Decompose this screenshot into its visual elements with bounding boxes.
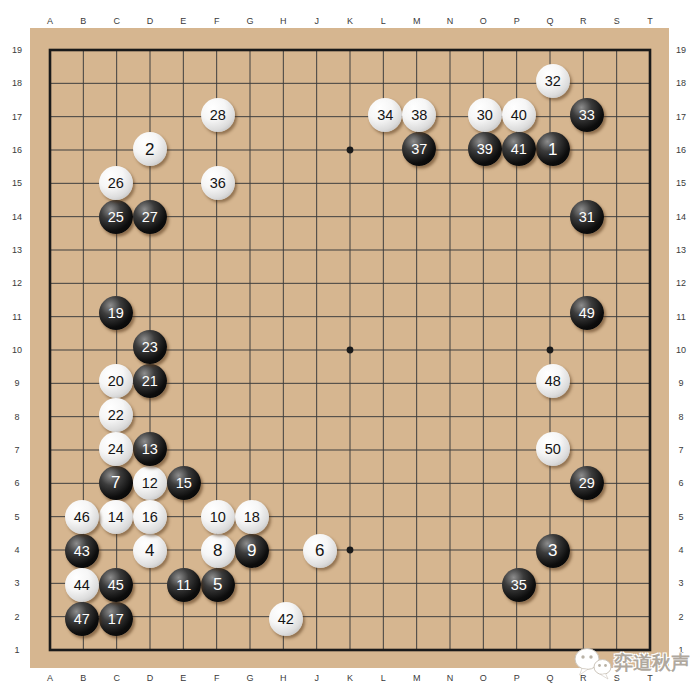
row-label: 4 — [6, 533, 28, 566]
column-label: D — [133, 14, 166, 27]
stone-white-10[interactable]: 10 — [201, 500, 235, 534]
watermark: 弈道秋声 — [574, 646, 690, 680]
column-label: P — [500, 671, 533, 684]
stone-black-9[interactable]: 9 — [235, 534, 269, 568]
stone-black-49[interactable]: 49 — [570, 296, 604, 330]
stone-black-15[interactable]: 15 — [167, 466, 201, 500]
row-label: 17 — [6, 100, 28, 133]
row-label: 15 — [670, 167, 692, 200]
row-label: 13 — [6, 233, 28, 266]
row-label: 10 — [6, 333, 28, 366]
row-label: 16 — [6, 133, 28, 166]
row-label: 6 — [670, 467, 692, 500]
row-label: 9 — [670, 367, 692, 400]
stones-grid: 1234567891011121314151617181920212223242… — [33, 33, 666, 666]
stone-black-7[interactable]: 7 — [99, 466, 133, 500]
stone-white-26[interactable]: 26 — [99, 166, 133, 200]
row-labels-left: 19181716151413121110987654321 — [6, 33, 28, 666]
stone-black-37[interactable]: 37 — [402, 132, 436, 166]
stone-black-45[interactable]: 45 — [99, 568, 133, 602]
stone-white-6[interactable]: 6 — [303, 534, 337, 568]
column-label: C — [100, 14, 133, 27]
column-label: F — [200, 671, 233, 684]
stone-white-34[interactable]: 34 — [368, 98, 402, 132]
column-label: A — [33, 671, 66, 684]
row-label: 17 — [670, 100, 692, 133]
stone-black-21[interactable]: 21 — [133, 364, 167, 398]
row-label: 7 — [6, 433, 28, 466]
row-label: 14 — [670, 200, 692, 233]
column-label: C — [100, 671, 133, 684]
row-label: 12 — [670, 267, 692, 300]
row-label: 8 — [6, 400, 28, 433]
stone-white-14[interactable]: 14 — [99, 500, 133, 534]
stone-white-28[interactable]: 28 — [201, 98, 235, 132]
stone-white-32[interactable]: 32 — [536, 64, 570, 98]
column-label: D — [133, 671, 166, 684]
column-label: L — [367, 14, 400, 27]
column-label: H — [267, 671, 300, 684]
row-label: 14 — [6, 200, 28, 233]
row-label: 4 — [670, 533, 692, 566]
stone-white-22[interactable]: 22 — [99, 398, 133, 432]
stone-black-17[interactable]: 17 — [99, 602, 133, 636]
column-label: B — [67, 671, 100, 684]
column-label: R — [567, 14, 600, 27]
column-label: J — [300, 14, 333, 27]
column-label: B — [67, 14, 100, 27]
column-label: M — [400, 671, 433, 684]
stone-black-27[interactable]: 27 — [133, 200, 167, 234]
go-diagram: ABCDEFGHJKLMNOPQRST ABCDEFGHJKLMNOPQRST … — [0, 0, 700, 700]
column-label: N — [433, 14, 466, 27]
row-label: 5 — [670, 500, 692, 533]
row-label: 11 — [670, 300, 692, 333]
stone-black-41[interactable]: 41 — [502, 132, 536, 166]
stone-white-46[interactable]: 46 — [65, 500, 99, 534]
column-label: F — [200, 14, 233, 27]
row-label: 7 — [670, 433, 692, 466]
column-labels-bottom: ABCDEFGHJKLMNOPQRST — [33, 671, 666, 684]
column-label: K — [333, 14, 366, 27]
stone-white-42[interactable]: 42 — [269, 602, 303, 636]
column-label: O — [467, 671, 500, 684]
column-label: Q — [533, 671, 566, 684]
row-label: 15 — [6, 167, 28, 200]
wechat-icon — [574, 646, 612, 680]
row-label: 2 — [670, 600, 692, 633]
column-label: G — [233, 14, 266, 27]
stone-white-12[interactable]: 12 — [133, 466, 167, 500]
column-label: H — [267, 14, 300, 27]
column-label: M — [400, 14, 433, 27]
stone-white-44[interactable]: 44 — [65, 568, 99, 602]
row-label: 16 — [670, 133, 692, 166]
row-label: 11 — [6, 300, 28, 333]
stone-white-24[interactable]: 24 — [99, 432, 133, 466]
stone-white-30[interactable]: 30 — [468, 98, 502, 132]
column-label: S — [600, 14, 633, 27]
stone-white-40[interactable]: 40 — [502, 98, 536, 132]
row-labels-right: 19181716151413121110987654321 — [670, 33, 692, 666]
stone-black-3[interactable]: 3 — [536, 534, 570, 568]
row-label: 6 — [6, 467, 28, 500]
stone-white-4[interactable]: 4 — [133, 534, 167, 568]
row-label: 2 — [6, 600, 28, 633]
row-label: 12 — [6, 267, 28, 300]
column-label: K — [333, 671, 366, 684]
stone-black-47[interactable]: 47 — [65, 602, 99, 636]
row-label: 13 — [670, 233, 692, 266]
stone-white-38[interactable]: 38 — [402, 98, 436, 132]
column-label: G — [233, 671, 266, 684]
column-label: Q — [533, 14, 566, 27]
column-label: A — [33, 14, 66, 27]
stone-white-18[interactable]: 18 — [235, 500, 269, 534]
stone-black-25[interactable]: 25 — [99, 200, 133, 234]
row-label: 8 — [670, 400, 692, 433]
stone-black-33[interactable]: 33 — [570, 98, 604, 132]
column-label: N — [433, 671, 466, 684]
row-label: 9 — [6, 367, 28, 400]
stone-black-23[interactable]: 23 — [133, 330, 167, 364]
row-label: 18 — [670, 67, 692, 100]
row-label: 18 — [6, 67, 28, 100]
stone-white-8[interactable]: 8 — [201, 534, 235, 568]
row-label: 3 — [6, 567, 28, 600]
stone-white-36[interactable]: 36 — [201, 166, 235, 200]
column-label: E — [167, 671, 200, 684]
row-label: 3 — [670, 567, 692, 600]
row-label: 19 — [670, 33, 692, 66]
stone-white-16[interactable]: 16 — [133, 500, 167, 534]
row-label: 1 — [6, 633, 28, 666]
stone-white-20[interactable]: 20 — [99, 364, 133, 398]
stone-black-13[interactable]: 13 — [133, 432, 167, 466]
stone-white-2[interactable]: 2 — [133, 132, 167, 166]
stone-black-19[interactable]: 19 — [99, 296, 133, 330]
column-label: J — [300, 671, 333, 684]
column-label: P — [500, 14, 533, 27]
row-label: 19 — [6, 33, 28, 66]
stone-black-11[interactable]: 11 — [167, 568, 201, 602]
watermark-text: 弈道秋声 — [614, 650, 690, 676]
stone-black-43[interactable]: 43 — [65, 534, 99, 568]
column-label: O — [467, 14, 500, 27]
column-label: T — [633, 14, 666, 27]
stone-white-50[interactable]: 50 — [536, 432, 570, 466]
row-label: 10 — [670, 333, 692, 366]
stone-white-48[interactable]: 48 — [536, 364, 570, 398]
stone-black-39[interactable]: 39 — [468, 132, 502, 166]
column-label: L — [367, 671, 400, 684]
stone-black-1[interactable]: 1 — [536, 132, 570, 166]
stone-black-29[interactable]: 29 — [570, 466, 604, 500]
stone-black-5[interactable]: 5 — [201, 568, 235, 602]
column-labels-top: ABCDEFGHJKLMNOPQRST — [33, 14, 666, 27]
row-label: 5 — [6, 500, 28, 533]
stone-black-31[interactable]: 31 — [570, 200, 604, 234]
column-label: E — [167, 14, 200, 27]
stone-black-35[interactable]: 35 — [502, 568, 536, 602]
